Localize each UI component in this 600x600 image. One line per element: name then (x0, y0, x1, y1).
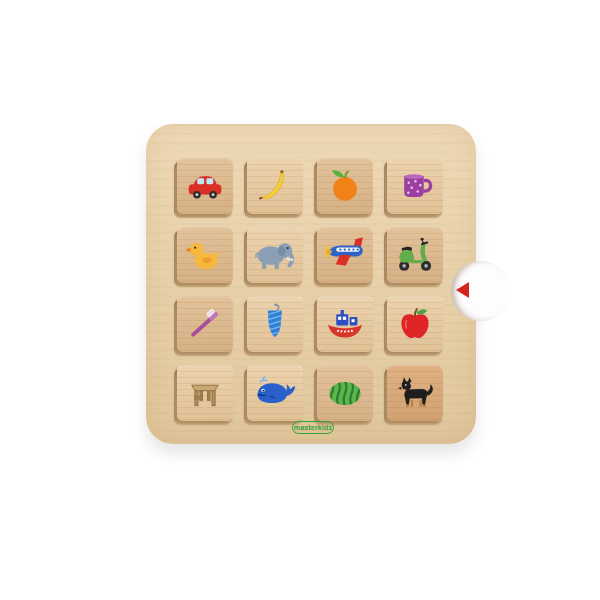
whale-icon (252, 370, 298, 416)
red-arrow-icon (456, 282, 469, 298)
cell-r3c2 (247, 296, 303, 352)
tile-airplane[interactable] (317, 227, 373, 283)
tile-table[interactable] (177, 365, 233, 421)
watermelon-icon (322, 370, 368, 416)
tile-whale[interactable] (247, 365, 303, 421)
car-icon (182, 163, 228, 209)
cell-r2c1 (177, 227, 233, 283)
boat-icon (322, 301, 368, 347)
tile-scooter[interactable] (387, 227, 443, 283)
tile-orange[interactable] (317, 158, 373, 214)
scooter-icon (392, 232, 438, 278)
tile-dog[interactable] (387, 365, 443, 421)
tile-grid (177, 158, 443, 421)
cell-r4c3 (317, 365, 373, 421)
cell-r3c4 (387, 296, 443, 352)
cell-r1c2 (247, 158, 303, 214)
elephant-icon (252, 232, 298, 278)
tile-elephant[interactable] (247, 227, 303, 283)
cell-r2c3 (317, 227, 373, 283)
tile-apple[interactable] (387, 296, 443, 352)
cell-r1c1 (177, 158, 233, 214)
cell-r2c4 (387, 227, 443, 283)
product-photo: masterkidz (0, 0, 600, 600)
tile-toothbrush[interactable] (177, 296, 233, 352)
toothbrush-icon (182, 301, 228, 347)
dog-icon (392, 370, 438, 416)
cell-r2c2 (247, 227, 303, 283)
tile-towel[interactable] (247, 296, 303, 352)
mug-icon (392, 163, 438, 209)
brand-label: masterkidz (294, 424, 333, 431)
tile-boat[interactable] (317, 296, 373, 352)
table-icon (182, 370, 228, 416)
tile-banana[interactable] (247, 158, 303, 214)
cell-r1c4 (387, 158, 443, 214)
cell-r3c1 (177, 296, 233, 352)
apple-icon (392, 301, 438, 347)
cell-r3c3 (317, 296, 373, 352)
duck-icon (182, 232, 228, 278)
cell-r4c4 (387, 365, 443, 421)
orange-icon (322, 163, 368, 209)
banana-icon (252, 163, 298, 209)
tile-duck[interactable] (177, 227, 233, 283)
cell-r4c1 (177, 365, 233, 421)
tile-mug[interactable] (387, 158, 443, 214)
tile-watermelon[interactable] (317, 365, 373, 421)
airplane-icon (322, 232, 368, 278)
game-board: masterkidz (146, 124, 476, 444)
cell-r1c3 (317, 158, 373, 214)
side-dial[interactable] (451, 261, 511, 321)
cell-r4c2 (247, 365, 303, 421)
towel-icon (252, 301, 298, 347)
tile-car[interactable] (177, 158, 233, 214)
brand-logo: masterkidz (292, 421, 334, 434)
